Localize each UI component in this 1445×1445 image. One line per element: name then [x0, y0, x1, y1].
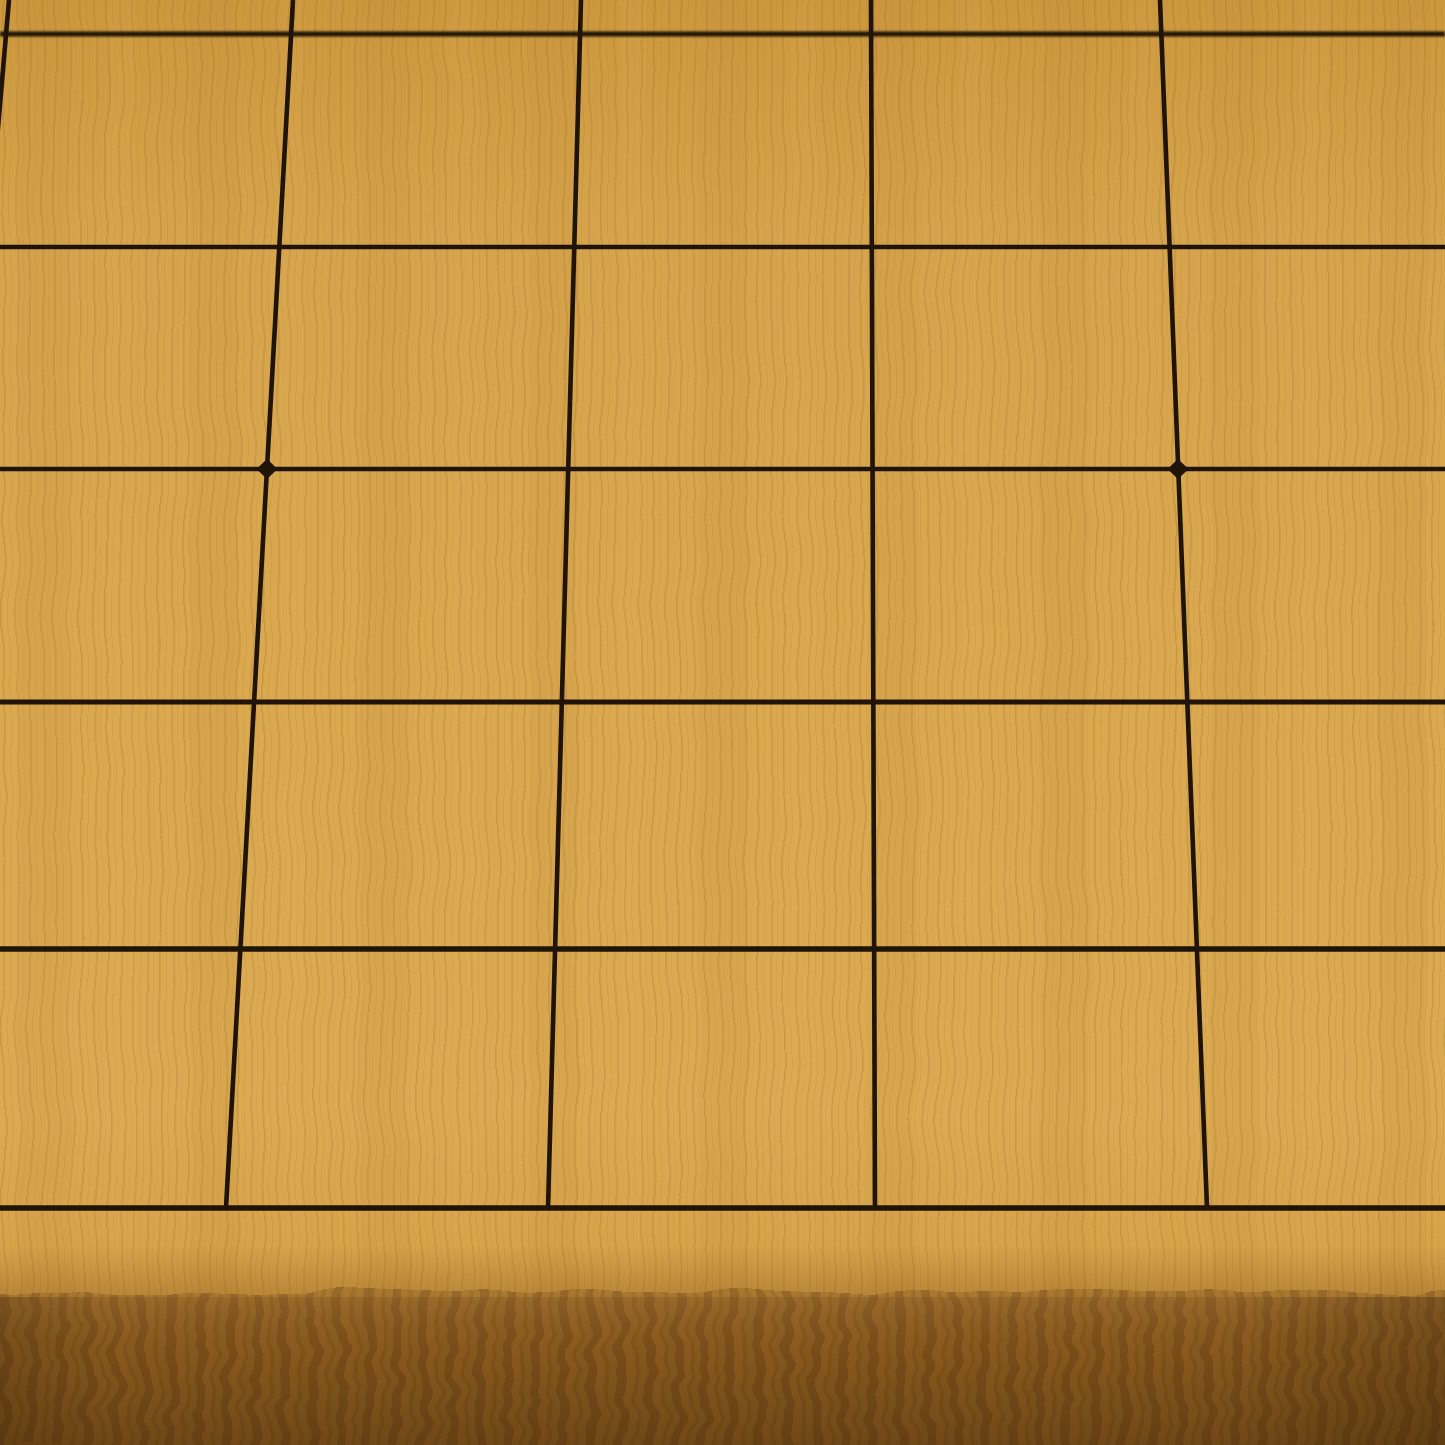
board-image	[0, 0, 1445, 1445]
board-front-edge	[0, 1292, 1445, 1445]
board-top-face	[0, 0, 1445, 1320]
shogi-board-photo	[0, 0, 1445, 1445]
front-edge-shadow	[0, 1245, 1445, 1297]
